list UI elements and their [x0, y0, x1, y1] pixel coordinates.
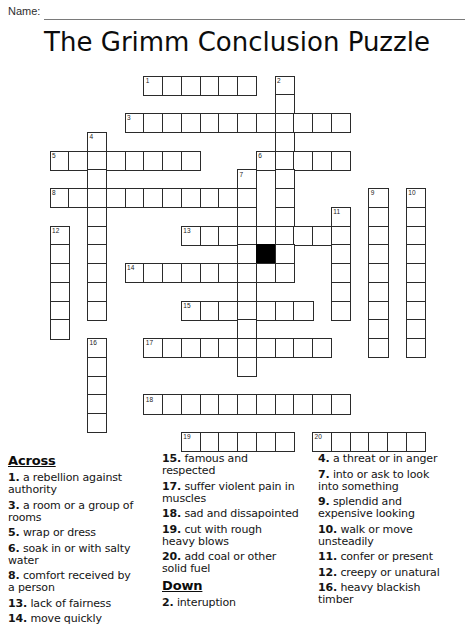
cell-number: 17 [146, 340, 153, 347]
grid-cell[interactable] [87, 301, 107, 321]
clue-5-across: 5. wrap or dress [8, 527, 158, 539]
grid-cell[interactable] [331, 301, 351, 321]
grid-cell[interactable] [218, 226, 238, 246]
grid-cell[interactable] [312, 338, 332, 358]
clue-7-down: 7. into or ask to lookinto something [318, 469, 471, 493]
grid-cell[interactable] [218, 301, 238, 321]
grid-cell[interactable] [200, 394, 220, 414]
clue-20-across: 20. add coal or othersolid fuel [162, 551, 315, 575]
grid-cell[interactable] [162, 76, 182, 96]
clue-4-down: 4. a threat or in anger [318, 453, 471, 465]
clue-16-down: 16. heavy blackishtimber [318, 582, 471, 606]
grid-cell[interactable] [237, 319, 257, 339]
grid-cell[interactable] [368, 432, 388, 452]
grid-cell[interactable] [293, 394, 313, 414]
grid-cell[interactable] [275, 169, 295, 189]
grid-cell[interactable] [331, 244, 351, 264]
grid-cell[interactable] [256, 226, 276, 246]
grid-cell[interactable] [237, 338, 257, 358]
grid-cell[interactable] [200, 301, 220, 321]
clue-1-across: 1. a rebellion againstauthority [8, 472, 158, 496]
grid-cell[interactable] [331, 394, 351, 414]
clue-section-heading-across: Across [8, 454, 158, 467]
cell-number: 5 [52, 153, 56, 160]
grid-cell[interactable] [162, 113, 182, 133]
grid-cell[interactable] [275, 132, 295, 152]
grid-cell[interactable] [143, 151, 163, 171]
grid-cell[interactable] [181, 151, 201, 171]
grid-cell[interactable] [350, 432, 370, 452]
grid-cell[interactable] [87, 244, 107, 264]
black-cell [256, 244, 276, 264]
grid-cell[interactable] [368, 244, 388, 264]
cell-number: 19 [183, 434, 190, 441]
grid-cell[interactable] [275, 301, 295, 321]
clue-column-2: 15. famous andrespected17. suffer violen… [162, 453, 315, 612]
grid-cell[interactable] [181, 113, 201, 133]
grid-cell[interactable] [406, 282, 426, 302]
grid-cell[interactable] [87, 226, 107, 246]
grid-cell[interactable] [237, 226, 257, 246]
grid-cell[interactable] [237, 207, 257, 227]
grid-cell[interactable] [237, 282, 257, 302]
grid-cell[interactable] [218, 263, 238, 283]
name-input-line[interactable] [44, 4, 465, 20]
grid-cell[interactable] [387, 432, 407, 452]
cell-number: 8 [52, 190, 56, 197]
grid-cell[interactable] [275, 394, 295, 414]
grid-cell[interactable] [106, 188, 126, 208]
grid-cell[interactable] [200, 338, 220, 358]
grid-cell[interactable] [275, 263, 295, 283]
grid-cell[interactable] [256, 301, 276, 321]
grid-cell[interactable] [237, 394, 257, 414]
grid-cell[interactable] [181, 394, 201, 414]
page-title: The Grimm Conclusion Puzzle [0, 24, 474, 60]
grid-cell[interactable] [406, 207, 426, 227]
grid-cell[interactable] [200, 226, 220, 246]
grid-cell[interactable] [87, 188, 107, 208]
cell-number: 15 [183, 303, 190, 310]
grid-cell[interactable] [368, 263, 388, 283]
grid-cell[interactable] [368, 319, 388, 339]
grid-cell[interactable] [181, 76, 201, 96]
clue-10-down: 10. walk or moveunsteadily [318, 524, 471, 548]
grid-cell[interactable] [218, 338, 238, 358]
clue-11-down: 11. confer or present [318, 551, 471, 563]
clue-12-down: 12. creepy or unatural [318, 567, 471, 579]
grid-cell[interactable] [218, 394, 238, 414]
cell-number: 9 [371, 190, 375, 197]
grid-cell[interactable] [293, 301, 313, 321]
clue-15-across: 15. famous andrespected [162, 453, 315, 477]
grid-cell[interactable] [406, 226, 426, 246]
clue-18-across: 18. sad and dissapointed [162, 508, 315, 520]
grid-cell[interactable] [275, 113, 295, 133]
grid-cell[interactable] [87, 151, 107, 171]
cell-number: 4 [90, 134, 94, 141]
grid-cell[interactable] [256, 338, 276, 358]
cell-number: 13 [183, 228, 190, 235]
cell-number: 2 [277, 78, 281, 85]
grid-cell[interactable] [162, 151, 182, 171]
grid-cell[interactable] [237, 263, 257, 283]
grid-cell[interactable] [293, 226, 313, 246]
grid-cell[interactable] [237, 357, 257, 377]
grid-cell[interactable] [50, 244, 70, 264]
grid-cell[interactable] [50, 282, 70, 302]
grid-cell[interactable] [50, 319, 70, 339]
grid-cell[interactable] [406, 338, 426, 358]
grid-cell[interactable] [293, 151, 313, 171]
grid-cell[interactable] [406, 319, 426, 339]
crossword-grid: 1234567891011121314151617181920 [50, 76, 445, 453]
clue-9-down: 9. splendid andexpensive looking [318, 496, 471, 520]
cell-number: 11 [333, 209, 340, 216]
grid-cell[interactable] [106, 151, 126, 171]
grid-cell[interactable] [406, 301, 426, 321]
grid-cell[interactable] [312, 151, 332, 171]
grid-cell[interactable] [275, 207, 295, 227]
grid-cell[interactable] [200, 76, 220, 96]
grid-cell[interactable] [256, 432, 276, 452]
name-label: Name: [8, 5, 40, 17]
grid-cell[interactable] [181, 263, 201, 283]
grid-cell[interactable] [331, 282, 351, 302]
grid-cell[interactable] [181, 188, 201, 208]
cell-number: 16 [90, 340, 97, 347]
grid-cell[interactable] [312, 113, 332, 133]
clue-14-across: 14. move quickly [8, 613, 158, 625]
grid-cell[interactable] [50, 301, 70, 321]
clue-section-heading-down: Down [162, 579, 315, 592]
grid-cell[interactable] [143, 188, 163, 208]
grid-cell[interactable] [68, 151, 88, 171]
grid-cell[interactable] [87, 394, 107, 414]
grid-cell[interactable] [275, 226, 295, 246]
grid-cell[interactable] [312, 226, 332, 246]
grid-cell[interactable] [181, 338, 201, 358]
grid-cell[interactable] [87, 413, 107, 433]
clue-column-1: Across1. a rebellion againstauthority3. … [8, 453, 158, 629]
cell-number: 20 [315, 434, 322, 441]
grid-cell[interactable] [406, 432, 426, 452]
clue-3-across: 3. a room or a group ofrooms [8, 500, 158, 524]
grid-cell[interactable] [237, 113, 257, 133]
grid-cell[interactable] [406, 263, 426, 283]
grid-cell[interactable] [256, 394, 276, 414]
cell-number: 1 [146, 78, 150, 85]
clue-13-across: 13. lack of fairness [8, 598, 158, 610]
grid-cell[interactable] [237, 76, 257, 96]
grid-cell[interactable] [125, 188, 145, 208]
clue-8-across: 8. comfort received bya person [8, 570, 158, 594]
grid-cell[interactable] [237, 244, 257, 264]
grid-cell[interactable] [275, 151, 295, 171]
cell-number: 6 [258, 153, 262, 160]
grid-cell[interactable] [256, 113, 276, 133]
grid-cell[interactable] [368, 301, 388, 321]
grid-cell[interactable] [50, 263, 70, 283]
grid-cell[interactable] [87, 376, 107, 396]
grid-cell[interactable] [275, 188, 295, 208]
grid-cell[interactable] [312, 394, 332, 414]
grid-cell[interactable] [275, 432, 295, 452]
grid-cell[interactable] [406, 244, 426, 264]
grid-cell[interactable] [87, 169, 107, 189]
cell-number: 18 [146, 397, 153, 404]
grid-cell[interactable] [162, 338, 182, 358]
grid-cell[interactable] [331, 113, 351, 133]
grid-cell[interactable] [331, 226, 351, 246]
grid-cell[interactable] [162, 188, 182, 208]
grid-cell[interactable] [143, 263, 163, 283]
grid-cell[interactable] [275, 94, 295, 114]
grid-cell[interactable] [218, 76, 238, 96]
grid-cell[interactable] [237, 301, 257, 321]
grid-cell[interactable] [200, 263, 220, 283]
grid-cell[interactable] [331, 151, 351, 171]
clue-2-down: 2. interuption [162, 597, 315, 609]
grid-cell[interactable] [331, 432, 351, 452]
grid-cell[interactable] [331, 263, 351, 283]
grid-cell[interactable] [237, 432, 257, 452]
grid-cell[interactable] [200, 188, 220, 208]
crossword-worksheet: { "game": "crossword", "title": "The Gri… [0, 0, 474, 629]
grid-cell[interactable] [125, 151, 145, 171]
grid-cell[interactable] [200, 113, 220, 133]
grid-cell[interactable] [368, 338, 388, 358]
grid-cell[interactable] [368, 207, 388, 227]
grid-cell[interactable] [256, 263, 276, 283]
grid-cell[interactable] [87, 282, 107, 302]
grid-cell[interactable] [143, 113, 163, 133]
grid-cell[interactable] [368, 282, 388, 302]
grid-cell[interactable] [275, 338, 295, 358]
grid-cell[interactable] [218, 432, 238, 452]
grid-cell[interactable] [87, 207, 107, 227]
cell-number: 10 [408, 190, 415, 197]
grid-cell[interactable] [68, 188, 88, 208]
grid-cell[interactable] [87, 357, 107, 377]
grid-cell[interactable] [87, 263, 107, 283]
grid-cell[interactable] [293, 113, 313, 133]
grid-cell[interactable] [200, 432, 220, 452]
grid-cell[interactable] [162, 263, 182, 283]
grid-cell[interactable] [275, 244, 295, 264]
grid-cell[interactable] [218, 188, 238, 208]
clue-6-across: 6. soak in or with saltywater [8, 543, 158, 567]
grid-cell[interactable] [293, 338, 313, 358]
grid-cell[interactable] [368, 226, 388, 246]
clue-column-3: 4. a threat or in anger7. into or ask to… [318, 453, 471, 610]
grid-cell[interactable] [218, 113, 238, 133]
cell-number: 12 [52, 228, 59, 235]
cell-number: 3 [127, 115, 131, 122]
clue-17-across: 17. suffer violent pain inmuscles [162, 481, 315, 505]
cell-number: 14 [127, 265, 134, 272]
grid-cell[interactable] [237, 188, 257, 208]
cell-number: 7 [240, 172, 244, 179]
grid-cell[interactable] [162, 394, 182, 414]
clue-19-across: 19. cut with roughheavy blows [162, 524, 315, 548]
